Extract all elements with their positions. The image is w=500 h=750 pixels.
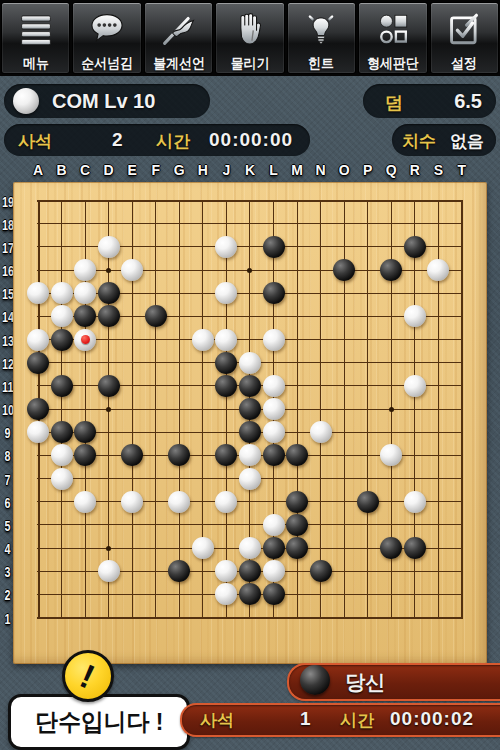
black-stone[interactable] (145, 305, 167, 327)
white-stone[interactable] (404, 491, 426, 513)
black-stone[interactable] (263, 282, 285, 304)
white-stone[interactable] (215, 491, 237, 513)
black-stone[interactable] (239, 421, 261, 443)
settings-button-label: 설정 (451, 54, 477, 72)
handicap-value: 없음 (450, 130, 484, 153)
settings-button[interactable]: 설정 (430, 2, 499, 74)
handicap-label: 치수 (402, 130, 436, 153)
white-stone[interactable] (98, 236, 120, 258)
territory-button-label: 형세판단 (367, 54, 419, 72)
last-move-marker (81, 335, 90, 344)
black-stone[interactable] (286, 444, 308, 466)
row-label: 19 (2, 192, 13, 209)
white-stone[interactable] (239, 444, 261, 466)
row-label: 17 (2, 238, 13, 255)
column-label: G (174, 162, 185, 178)
black-stone[interactable] (310, 560, 332, 582)
black-stone[interactable] (380, 537, 402, 559)
grid-line (37, 524, 463, 525)
message-bubble: 단수입니다 ! (8, 694, 190, 750)
white-stone[interactable] (27, 421, 49, 443)
white-stone[interactable] (263, 375, 285, 397)
white-stone[interactable] (27, 282, 49, 304)
white-stone[interactable] (192, 537, 214, 559)
column-label: B (56, 162, 66, 178)
white-stone[interactable] (380, 444, 402, 466)
white-stone[interactable] (27, 329, 49, 351)
white-stone[interactable] (404, 305, 426, 327)
row-label: 13 (2, 331, 13, 348)
black-stone[interactable] (51, 421, 73, 443)
checkbox-icon (447, 3, 481, 54)
opponent-captures-label: 사석 (18, 130, 52, 153)
shapes-icon (376, 3, 410, 54)
black-stone[interactable] (239, 375, 261, 397)
grid-line (367, 200, 368, 619)
white-stone[interactable] (263, 398, 285, 420)
resign-button[interactable]: 불계선언 (144, 2, 213, 74)
row-label: 8 (2, 447, 13, 464)
column-label: Q (386, 162, 397, 178)
column-label: L (269, 162, 278, 178)
black-stone[interactable] (404, 537, 426, 559)
white-stone[interactable] (263, 560, 285, 582)
row-label: 12 (2, 354, 13, 371)
white-stone[interactable] (121, 259, 143, 281)
black-stone[interactable] (51, 375, 73, 397)
star-point (389, 407, 394, 412)
column-label: D (104, 162, 114, 178)
white-stone[interactable] (192, 329, 214, 351)
black-stone[interactable] (168, 560, 190, 582)
white-stone[interactable] (51, 444, 73, 466)
white-stone[interactable] (239, 352, 261, 374)
white-stone[interactable] (215, 560, 237, 582)
black-stone[interactable] (121, 444, 143, 466)
white-stone[interactable] (427, 259, 449, 281)
white-stone[interactable] (98, 560, 120, 582)
row-label: 6 (2, 493, 13, 510)
column-label: C (80, 162, 90, 178)
black-stone[interactable] (263, 236, 285, 258)
black-stone[interactable] (74, 305, 96, 327)
opponent-time-label: 시간 (156, 130, 190, 153)
column-label: T (458, 162, 467, 178)
black-stone[interactable] (263, 537, 285, 559)
row-label: 16 (2, 262, 13, 279)
row-label: 7 (2, 470, 13, 487)
white-stone[interactable] (263, 514, 285, 536)
komi-value: 6.5 (454, 90, 482, 113)
grid-line (37, 501, 463, 502)
opponent-stats-panel: 사석 2 시간 00:00:00 (4, 124, 310, 156)
black-stone[interactable] (215, 352, 237, 374)
black-stone[interactable] (286, 537, 308, 559)
column-label: N (316, 162, 326, 178)
opponent-time-value: 00:00:00 (209, 129, 293, 151)
black-stone-avatar (300, 665, 330, 695)
white-stone[interactable] (263, 421, 285, 443)
white-stone[interactable] (74, 491, 96, 513)
undo-button[interactable]: 물리기 (215, 2, 284, 74)
opponent-name: COM Lv 10 (52, 90, 155, 113)
black-stone[interactable] (263, 444, 285, 466)
column-label: F (151, 162, 160, 178)
white-stone[interactable] (168, 491, 190, 513)
row-label: 15 (2, 285, 13, 302)
hand-icon (233, 3, 267, 54)
grid-line (37, 617, 463, 619)
territory-button[interactable]: 형세판단 (358, 2, 427, 74)
player-time-value: 00:00:02 (390, 708, 474, 730)
row-label: 11 (2, 377, 13, 394)
warning-icon: ! (62, 650, 114, 702)
black-stone[interactable] (357, 491, 379, 513)
komi-panel: 덤 6.5 (363, 84, 496, 118)
black-stone[interactable] (286, 491, 308, 513)
white-stone[interactable] (310, 421, 332, 443)
board-column-labels: ABCDEFGHJKLMNOPQRST (13, 162, 487, 180)
player-stats-panel: 사석 1 시간 00:00:02 (180, 703, 500, 737)
player-time-label: 시간 (340, 709, 374, 732)
star-point (106, 546, 111, 551)
black-stone[interactable] (98, 282, 120, 304)
column-label: E (128, 162, 137, 178)
hint-button[interactable]: 힌트 (287, 2, 356, 74)
star-point (247, 268, 252, 273)
black-stone[interactable] (215, 444, 237, 466)
komi-label: 덤 (385, 91, 403, 115)
black-stone[interactable] (74, 444, 96, 466)
white-stone[interactable] (121, 491, 143, 513)
menu-button[interactable]: 메뉴 (1, 2, 70, 74)
column-label: A (33, 162, 43, 178)
black-stone[interactable] (98, 305, 120, 327)
black-stone[interactable] (74, 421, 96, 443)
player-captures-label: 사석 (200, 709, 234, 732)
column-label: O (339, 162, 350, 178)
row-label: 18 (2, 215, 13, 232)
row-label: 3 (2, 563, 13, 580)
row-label: 14 (2, 308, 13, 325)
black-stone[interactable] (239, 583, 261, 605)
menu-icon (20, 3, 52, 54)
white-stone[interactable] (404, 375, 426, 397)
column-label: M (291, 162, 303, 178)
white-stone[interactable] (51, 282, 73, 304)
pass-button[interactable]: 순서넘김 (72, 2, 141, 74)
handicap-panel: 치수 없음 (392, 124, 496, 156)
message-text: 단수입니다 ! (35, 706, 163, 738)
row-label: 9 (2, 424, 13, 441)
white-stone[interactable] (74, 259, 96, 281)
pass-button-label: 순서넘김 (81, 54, 133, 72)
player-captures-value: 1 (300, 708, 311, 730)
speech-bubble-icon (89, 3, 125, 54)
app-screen: 메뉴 순서넘김 불계선언 물리기 (0, 0, 500, 750)
opponent-captures-value: 2 (112, 129, 123, 151)
toolbar: 메뉴 순서넘김 불계선언 물리기 (0, 0, 500, 76)
black-stone[interactable] (404, 236, 426, 258)
black-stone[interactable] (380, 259, 402, 281)
white-stone-avatar (13, 88, 39, 114)
star-point (106, 268, 111, 273)
white-stone[interactable] (215, 282, 237, 304)
opponent-panel: COM Lv 10 (4, 84, 210, 118)
lightbulb-icon (303, 3, 339, 54)
hint-button-label: 힌트 (309, 54, 335, 72)
star-point (106, 407, 111, 412)
flag-icon (161, 3, 197, 54)
grid-line (461, 200, 463, 619)
player-panel: 당신 (287, 663, 500, 701)
row-label: 4 (2, 540, 13, 557)
white-stone[interactable] (239, 537, 261, 559)
black-stone[interactable] (333, 259, 355, 281)
white-stone[interactable] (215, 329, 237, 351)
white-stone[interactable] (51, 468, 73, 490)
column-label: S (434, 162, 443, 178)
black-stone[interactable] (27, 352, 49, 374)
column-label: R (410, 162, 420, 178)
row-label: 5 (2, 516, 13, 533)
black-stone[interactable] (51, 329, 73, 351)
white-stone[interactable] (215, 583, 237, 605)
resign-button-label: 불계선언 (153, 54, 205, 72)
black-stone[interactable] (239, 398, 261, 420)
column-label: K (245, 162, 255, 178)
white-stone[interactable] (74, 282, 96, 304)
player-name: 당신 (345, 669, 385, 696)
black-stone[interactable] (239, 560, 261, 582)
menu-button-label: 메뉴 (23, 54, 49, 72)
row-label: 10 (2, 401, 13, 418)
black-stone[interactable] (168, 444, 190, 466)
black-stone[interactable] (263, 583, 285, 605)
column-label: P (363, 162, 372, 178)
white-stone[interactable] (263, 329, 285, 351)
row-label: 1 (2, 609, 13, 626)
white-stone[interactable] (239, 468, 261, 490)
column-label: H (198, 162, 208, 178)
undo-button-label: 물리기 (231, 54, 270, 72)
row-label: 2 (2, 586, 13, 603)
grid-line (320, 200, 321, 619)
black-stone[interactable] (215, 375, 237, 397)
go-board[interactable] (13, 182, 487, 664)
black-stone[interactable] (27, 398, 49, 420)
black-stone[interactable] (98, 375, 120, 397)
black-stone[interactable] (286, 514, 308, 536)
column-label: J (222, 162, 230, 178)
white-stone[interactable] (51, 305, 73, 327)
white-stone[interactable] (215, 236, 237, 258)
